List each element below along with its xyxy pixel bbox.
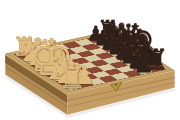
black-pawn[interactable]: ♟ <box>133 53 154 76</box>
pieces-layer: ♜♟♞♟♝♟♛♟♟♚♜♟♟♝♞♟♟♞♝♟♟♜♛♟♟♚♟♝♟♞♟♜ <box>0 0 180 120</box>
chess-set-photo: ♜♟♞♟♝♟♛♟♟♚♜♟♟♝♞♟♟♞♝♟♟♜♛♟♟♚♟♝♟♞♟♜ <box>0 0 180 120</box>
white-rook[interactable]: ♜ <box>59 62 87 93</box>
